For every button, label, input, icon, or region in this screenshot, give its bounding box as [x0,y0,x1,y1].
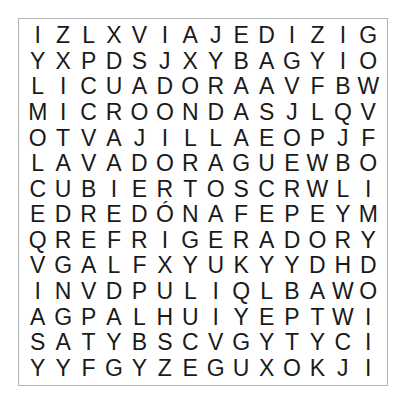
grid-cell-r13c11[interactable]: T [279,330,304,356]
grid-cell-r6c3[interactable]: V [76,151,101,177]
grid-cell-r2c13[interactable]: I [330,49,355,75]
grid-cell-r2c5[interactable]: S [127,49,152,75]
grid-cell-r11c4[interactable]: D [101,279,126,305]
grid-cell-r3c6[interactable]: D [152,74,177,100]
grid-cell-r11c8[interactable]: I [203,279,228,305]
grid-cell-r7c1[interactable]: C [25,176,50,202]
grid-cell-r12c8[interactable]: I [203,304,228,330]
grid-cell-r8c10[interactable]: E [254,202,279,228]
grid-cell-r1c7[interactable]: A [178,23,203,49]
grid-cell-r5c7[interactable]: L [178,125,203,151]
grid-cell-r3c8[interactable]: R [203,74,228,100]
grid-cell-r11c5[interactable]: P [127,279,152,305]
grid-cell-r6c14[interactable]: O [356,151,381,177]
grid-cell-r7c8[interactable]: O [203,176,228,202]
grid-cell-r3c10[interactable]: A [254,74,279,100]
grid-cell-r11c9[interactable]: Q [228,279,253,305]
grid-cell-r3c4[interactable]: U [101,74,126,100]
grid-cell-r12c2[interactable]: G [50,304,75,330]
grid-cell-r5c11[interactable]: O [279,125,304,151]
grid-cell-r11c10[interactable]: L [254,279,279,305]
grid-cell-r1c4[interactable]: X [101,23,126,49]
grid-cell-r14c7[interactable]: E [178,355,203,381]
grid-cell-r7c12[interactable]: W [305,176,330,202]
grid-cell-r3c14[interactable]: W [356,74,381,100]
grid-cell-r4c4[interactable]: R [101,100,126,126]
grid-cell-r1c14[interactable]: G [356,23,381,49]
grid-cell-r5c9[interactable]: A [228,125,253,151]
grid-cell-r8c3[interactable]: R [76,202,101,228]
grid-cell-r11c14[interactable]: O [356,279,381,305]
grid-cell-r10c4[interactable]: L [101,253,126,279]
grid-cell-r8c2[interactable]: D [50,202,75,228]
grid-cell-r14c8[interactable]: G [203,355,228,381]
grid-cell-r3c3[interactable]: C [76,74,101,100]
grid-cell-r1c13[interactable]: I [330,23,355,49]
grid-cell-r6c2[interactable]: A [50,151,75,177]
grid-cell-r12c6[interactable]: H [152,304,177,330]
grid-cell-r2c14[interactable]: O [356,49,381,75]
grid-cell-r14c13[interactable]: J [330,355,355,381]
grid-cell-r12c12[interactable]: T [305,304,330,330]
grid-cell-r7c10[interactable]: C [254,176,279,202]
grid-cell-r1c12[interactable]: Z [305,23,330,49]
grid-cell-r3c1[interactable]: L [25,74,50,100]
grid-cell-r5c6[interactable]: I [152,125,177,151]
grid-cell-r14c14[interactable]: I [356,355,381,381]
grid-cell-r8c9[interactable]: F [228,202,253,228]
grid-cell-r2c7[interactable]: X [178,49,203,75]
grid-cell-r3c7[interactable]: O [178,74,203,100]
grid-cell-r2c8[interactable]: Y [203,49,228,75]
grid-cell-r14c12[interactable]: K [305,355,330,381]
grid-cell-r4c1[interactable]: M [25,100,50,126]
grid-cell-r14c9[interactable]: U [228,355,253,381]
grid-cell-r10c6[interactable]: X [152,253,177,279]
grid-cell-r9c2[interactable]: R [50,228,75,254]
grid-cell-r13c13[interactable]: C [330,330,355,356]
grid-cell-r11c2[interactable]: N [50,279,75,305]
grid-cell-r2c3[interactable]: P [76,49,101,75]
grid-cell-r3c13[interactable]: B [330,74,355,100]
grid-cell-r12c14[interactable]: I [356,304,381,330]
grid-cell-r10c10[interactable]: Y [254,253,279,279]
grid-cell-r1c11[interactable]: I [279,23,304,49]
grid-cell-r4c5[interactable]: O [127,100,152,126]
grid-cell-r9c6[interactable]: I [152,228,177,254]
grid-cell-r12c10[interactable]: E [254,304,279,330]
grid-cell-r3c12[interactable]: F [305,74,330,100]
grid-cell-r4c14[interactable]: V [356,100,381,126]
grid-cell-r14c6[interactable]: Z [152,355,177,381]
grid-cell-r9c11[interactable]: D [279,228,304,254]
word-search-page: IZLXVIAJEDIZIGYXPDSJXYBAGYIOLICUADORAAVF… [0,0,400,398]
grid-cell-r7c5[interactable]: E [127,176,152,202]
grid-cell-r10c2[interactable]: G [50,253,75,279]
grid-cell-r5c2[interactable]: T [50,125,75,151]
grid-cell-r12c5[interactable]: L [127,304,152,330]
grid-cell-r13c9[interactable]: G [228,330,253,356]
grid-cell-r12c11[interactable]: P [279,304,304,330]
grid-cell-r5c3[interactable]: V [76,125,101,151]
grid-cell-r11c13[interactable]: W [330,279,355,305]
grid-cell-r8c1[interactable]: E [25,202,50,228]
grid-cell-r8c11[interactable]: P [279,202,304,228]
grid-cell-r11c6[interactable]: U [152,279,177,305]
grid-cell-r13c2[interactable]: A [50,330,75,356]
grid-cell-r14c1[interactable]: Y [25,355,50,381]
grid-cell-r9c1[interactable]: Q [25,228,50,254]
grid-cell-r9c13[interactable]: R [330,228,355,254]
grid-cell-r6c1[interactable]: L [25,151,50,177]
grid-cell-r10c5[interactable]: F [127,253,152,279]
grid-cell-r5c1[interactable]: O [25,125,50,151]
grid-cell-r1c6[interactable]: I [152,23,177,49]
grid-cell-r7c7[interactable]: T [178,176,203,202]
grid-cell-r9c9[interactable]: R [228,228,253,254]
grid-cell-r4c11[interactable]: J [279,100,304,126]
grid-cell-r5c4[interactable]: A [101,125,126,151]
grid-cell-r7c4[interactable]: I [101,176,126,202]
grid-cell-r8c6[interactable]: Ó [152,202,177,228]
grid-cell-r8c5[interactable]: D [127,202,152,228]
grid-cell-r14c11[interactable]: O [279,355,304,381]
grid-cell-r3c2[interactable]: I [50,74,75,100]
grid-cell-r4c7[interactable]: N [178,100,203,126]
grid-cell-r13c14[interactable]: I [356,330,381,356]
grid-cell-r5c5[interactable]: J [127,125,152,151]
grid-cell-r7c9[interactable]: S [228,176,253,202]
grid-cell-r12c3[interactable]: P [76,304,101,330]
grid-cell-r4c6[interactable]: O [152,100,177,126]
grid-cell-r12c1[interactable]: A [25,304,50,330]
grid-cell-r7c13[interactable]: L [330,176,355,202]
grid-cell-r1c1[interactable]: I [25,23,50,49]
grid-cell-r13c8[interactable]: V [203,330,228,356]
grid-cell-r11c3[interactable]: V [76,279,101,305]
grid-cell-r9c7[interactable]: G [178,228,203,254]
grid-cell-r1c8[interactable]: J [203,23,228,49]
grid-cell-r6c8[interactable]: A [203,151,228,177]
grid-cell-r6c4[interactable]: A [101,151,126,177]
grid-cell-r9c8[interactable]: E [203,228,228,254]
grid-cell-r13c5[interactable]: B [127,330,152,356]
grid-cell-r2c12[interactable]: Y [305,49,330,75]
grid-cell-r3c5[interactable]: A [127,74,152,100]
grid-cell-r9c10[interactable]: A [254,228,279,254]
grid-cell-r2c2[interactable]: X [50,49,75,75]
grid-cell-r4c2[interactable]: I [50,100,75,126]
grid-cell-r4c8[interactable]: D [203,100,228,126]
grid-cell-r14c2[interactable]: Y [50,355,75,381]
grid-cell-r5c10[interactable]: E [254,125,279,151]
grid-cell-r1c2[interactable]: Z [50,23,75,49]
grid-cell-r12c13[interactable]: W [330,304,355,330]
grid-cell-r5c8[interactable]: L [203,125,228,151]
grid-cell-r7c6[interactable]: R [152,176,177,202]
grid-cell-r9c14[interactable]: Y [356,228,381,254]
grid-cell-r1c5[interactable]: V [127,23,152,49]
grid-cell-r4c13[interactable]: Q [330,100,355,126]
grid-cell-r12c4[interactable]: A [101,304,126,330]
grid-cell-r13c4[interactable]: Y [101,330,126,356]
grid-cell-r7c11[interactable]: R [279,176,304,202]
grid-cell-r2c10[interactable]: A [254,49,279,75]
grid-cell-r10c11[interactable]: Y [279,253,304,279]
grid-cell-r1c10[interactable]: D [254,23,279,49]
grid-cell-r8c13[interactable]: Y [330,202,355,228]
grid-cell-r2c6[interactable]: J [152,49,177,75]
grid-cell-r6c12[interactable]: W [305,151,330,177]
grid-cell-r11c12[interactable]: A [305,279,330,305]
grid-cell-r8c8[interactable]: A [203,202,228,228]
grid-cell-r9c12[interactable]: O [305,228,330,254]
grid-cell-r4c10[interactable]: S [254,100,279,126]
grid-cell-r6c7[interactable]: R [178,151,203,177]
grid-cell-r13c3[interactable]: T [76,330,101,356]
grid-cell-r6c5[interactable]: D [127,151,152,177]
grid-cell-r4c12[interactable]: L [305,100,330,126]
grid-cell-r10c7[interactable]: Y [178,253,203,279]
grid-cell-r14c5[interactable]: Y [127,355,152,381]
grid-cell-r11c7[interactable]: L [178,279,203,305]
grid-cell-r13c1[interactable]: S [25,330,50,356]
grid-cell-r6c6[interactable]: O [152,151,177,177]
word-search-board: IZLXVIAJEDIZIGYXPDSJXYBAGYIOLICUADORAAVF… [18,18,388,386]
grid-cell-r13c6[interactable]: S [152,330,177,356]
grid-cell-r10c8[interactable]: U [203,253,228,279]
grid-cell-r2c1[interactable]: Y [25,49,50,75]
grid-cell-r8c7[interactable]: N [178,202,203,228]
grid-cell-r9c5[interactable]: R [127,228,152,254]
grid-cell-r3c9[interactable]: A [228,74,253,100]
grid-cell-r8c12[interactable]: E [305,202,330,228]
grid-cell-r4c9[interactable]: A [228,100,253,126]
grid-cell-r7c14[interactable]: I [356,176,381,202]
grid-cell-r6c10[interactable]: U [254,151,279,177]
grid-cell-r14c10[interactable]: X [254,355,279,381]
grid-cell-r13c12[interactable]: Y [305,330,330,356]
grid-cell-r4c3[interactable]: C [76,100,101,126]
grid-cell-r8c4[interactable]: E [101,202,126,228]
grid-cell-r9c4[interactable]: F [101,228,126,254]
grid-cell-r6c11[interactable]: E [279,151,304,177]
grid-cell-r7c2[interactable]: U [50,176,75,202]
grid-cell-r11c11[interactable]: B [279,279,304,305]
grid-cell-r11c1[interactable]: I [25,279,50,305]
grid-cell-r5c13[interactable]: J [330,125,355,151]
grid-cell-r12c9[interactable]: Y [228,304,253,330]
grid-cell-r10c1[interactable]: V [25,253,50,279]
grid-cell-r10c12[interactable]: D [305,253,330,279]
grid-cell-r9c3[interactable]: E [76,228,101,254]
grid-cell-r5c12[interactable]: P [305,125,330,151]
grid-cell-r1c9[interactable]: E [228,23,253,49]
grid-cell-r10c13[interactable]: H [330,253,355,279]
grid-cell-r8c14[interactable]: M [356,202,381,228]
grid-cell-r3c11[interactable]: V [279,74,304,100]
grid-cell-r13c7[interactable]: C [178,330,203,356]
grid-cell-r10c9[interactable]: K [228,253,253,279]
grid-cell-r2c11[interactable]: G [279,49,304,75]
grid-cell-r5c14[interactable]: F [356,125,381,151]
grid-cell-r10c14[interactable]: D [356,253,381,279]
grid-cell-r14c3[interactable]: F [76,355,101,381]
grid-cell-r6c9[interactable]: G [228,151,253,177]
grid-cell-r2c4[interactable]: D [101,49,126,75]
grid-cell-r6c13[interactable]: B [330,151,355,177]
grid-cell-r2c9[interactable]: B [228,49,253,75]
grid-cell-r1c3[interactable]: L [76,23,101,49]
grid-cell-r14c4[interactable]: G [101,355,126,381]
grid-cell-r7c3[interactable]: B [76,176,101,202]
grid-cell-r12c7[interactable]: U [178,304,203,330]
grid-cell-r13c10[interactable]: Y [254,330,279,356]
grid-cell-r10c3[interactable]: A [76,253,101,279]
